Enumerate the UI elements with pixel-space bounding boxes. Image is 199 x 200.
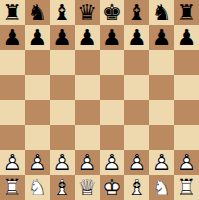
square-a6[interactable] [0, 50, 25, 75]
piece-white-knight[interactable]: ♞♘ [25, 175, 50, 200]
square-b2[interactable]: ♟♙ [25, 150, 50, 175]
square-g3[interactable] [149, 125, 174, 150]
square-a8[interactable]: ♜ [0, 0, 25, 25]
piece-black-rook[interactable]: ♜ [0, 0, 25, 25]
square-d7[interactable]: ♟ [75, 25, 100, 50]
square-h4[interactable] [174, 100, 199, 125]
square-c8[interactable]: ♝ [50, 0, 75, 25]
piece-white-pawn[interactable]: ♟♙ [174, 150, 199, 175]
white-piece-outline-glyph: ♙ [124, 150, 149, 175]
black-piece-glyph: ♛ [75, 0, 100, 25]
square-e6[interactable] [100, 50, 125, 75]
white-piece-outline-glyph: ♕ [75, 175, 100, 200]
black-piece-glyph: ♚ [100, 0, 125, 25]
square-d6[interactable] [75, 50, 100, 75]
square-h1[interactable]: ♜♖ [174, 175, 199, 200]
black-piece-glyph: ♟ [0, 25, 25, 50]
square-g6[interactable] [149, 50, 174, 75]
square-e8[interactable]: ♚ [100, 0, 125, 25]
square-h6[interactable] [174, 50, 199, 75]
square-e4[interactable] [100, 100, 125, 125]
square-b8[interactable]: ♞ [25, 0, 50, 25]
square-g7[interactable]: ♟ [149, 25, 174, 50]
square-e5[interactable] [100, 75, 125, 100]
square-a5[interactable] [0, 75, 25, 100]
piece-black-pawn[interactable]: ♟ [124, 25, 149, 50]
square-e3[interactable] [100, 125, 125, 150]
piece-white-bishop[interactable]: ♝♗ [50, 175, 75, 200]
piece-white-bishop[interactable]: ♝♗ [124, 175, 149, 200]
square-c1[interactable]: ♝♗ [50, 175, 75, 200]
piece-black-rook[interactable]: ♜ [174, 0, 199, 25]
piece-black-king[interactable]: ♚ [100, 0, 125, 25]
square-h5[interactable] [174, 75, 199, 100]
black-piece-glyph: ♟ [25, 25, 50, 50]
black-piece-glyph: ♟ [100, 25, 125, 50]
piece-white-king[interactable]: ♚♔ [100, 175, 125, 200]
square-d8[interactable]: ♛ [75, 0, 100, 25]
square-a7[interactable]: ♟ [0, 25, 25, 50]
square-f5[interactable] [124, 75, 149, 100]
piece-black-pawn[interactable]: ♟ [50, 25, 75, 50]
white-piece-outline-glyph: ♖ [0, 175, 25, 200]
square-a2[interactable]: ♟♙ [0, 150, 25, 175]
white-piece-outline-glyph: ♙ [149, 150, 174, 175]
square-h7[interactable]: ♟ [174, 25, 199, 50]
square-d3[interactable] [75, 125, 100, 150]
piece-white-pawn[interactable]: ♟♙ [124, 150, 149, 175]
black-piece-glyph: ♟ [124, 25, 149, 50]
piece-black-pawn[interactable]: ♟ [0, 25, 25, 50]
square-b3[interactable] [25, 125, 50, 150]
square-c5[interactable] [50, 75, 75, 100]
square-g2[interactable]: ♟♙ [149, 150, 174, 175]
black-piece-glyph: ♞ [25, 0, 50, 25]
black-piece-glyph: ♟ [50, 25, 75, 50]
square-h3[interactable] [174, 125, 199, 150]
white-piece-outline-glyph: ♘ [149, 175, 174, 200]
square-a4[interactable] [0, 100, 25, 125]
piece-black-pawn[interactable]: ♟ [174, 25, 199, 50]
piece-white-rook[interactable]: ♜♖ [174, 175, 199, 200]
chess-board: ♜♞♝♛♚♝♞♜♟♟♟♟♟♟♟♟♟♙♟♙♟♙♟♙♟♙♟♙♟♙♟♙♜♖♞♘♝♗♛♕… [0, 0, 199, 200]
square-f6[interactable] [124, 50, 149, 75]
square-c7[interactable]: ♟ [50, 25, 75, 50]
square-e7[interactable]: ♟ [100, 25, 125, 50]
white-piece-outline-glyph: ♔ [100, 175, 125, 200]
piece-white-pawn[interactable]: ♟♙ [75, 150, 100, 175]
square-h2[interactable]: ♟♙ [174, 150, 199, 175]
piece-black-bishop[interactable]: ♝ [124, 0, 149, 25]
black-piece-glyph: ♜ [0, 0, 25, 25]
piece-white-rook[interactable]: ♜♖ [0, 175, 25, 200]
black-piece-glyph: ♟ [149, 25, 174, 50]
piece-black-queen[interactable]: ♛ [75, 0, 100, 25]
square-c2[interactable]: ♟♙ [50, 150, 75, 175]
square-e1[interactable]: ♚♔ [100, 175, 125, 200]
square-c3[interactable] [50, 125, 75, 150]
white-piece-outline-glyph: ♗ [124, 175, 149, 200]
white-piece-outline-glyph: ♗ [50, 175, 75, 200]
piece-white-pawn[interactable]: ♟♙ [0, 150, 25, 175]
piece-black-pawn[interactable]: ♟ [100, 25, 125, 50]
square-c6[interactable] [50, 50, 75, 75]
piece-black-pawn[interactable]: ♟ [149, 25, 174, 50]
square-d4[interactable] [75, 100, 100, 125]
black-piece-glyph: ♝ [124, 0, 149, 25]
black-piece-glyph: ♝ [50, 0, 75, 25]
piece-white-pawn[interactable]: ♟♙ [100, 150, 125, 175]
white-piece-outline-glyph: ♙ [174, 150, 199, 175]
square-c4[interactable] [50, 100, 75, 125]
square-g5[interactable] [149, 75, 174, 100]
piece-black-pawn[interactable]: ♟ [75, 25, 100, 50]
white-piece-outline-glyph: ♖ [174, 175, 199, 200]
black-piece-glyph: ♟ [174, 25, 199, 50]
piece-white-pawn[interactable]: ♟♙ [50, 150, 75, 175]
white-piece-outline-glyph: ♙ [50, 150, 75, 175]
square-g4[interactable] [149, 100, 174, 125]
square-b1[interactable]: ♞♘ [25, 175, 50, 200]
white-piece-outline-glyph: ♘ [25, 175, 50, 200]
square-e2[interactable]: ♟♙ [100, 150, 125, 175]
black-piece-glyph: ♞ [149, 0, 174, 25]
white-piece-outline-glyph: ♙ [100, 150, 125, 175]
black-piece-glyph: ♜ [174, 0, 199, 25]
square-b5[interactable] [25, 75, 50, 100]
square-a1[interactable]: ♜♖ [0, 175, 25, 200]
square-f2[interactable]: ♟♙ [124, 150, 149, 175]
piece-white-queen[interactable]: ♛♕ [75, 175, 100, 200]
white-piece-outline-glyph: ♙ [0, 150, 25, 175]
square-f8[interactable]: ♝ [124, 0, 149, 25]
square-b4[interactable] [25, 100, 50, 125]
square-f3[interactable] [124, 125, 149, 150]
square-d1[interactable]: ♛♕ [75, 175, 100, 200]
square-b6[interactable] [25, 50, 50, 75]
piece-black-pawn[interactable]: ♟ [25, 25, 50, 50]
black-piece-glyph: ♟ [75, 25, 100, 50]
square-a3[interactable] [0, 125, 25, 150]
square-h8[interactable]: ♜ [174, 0, 199, 25]
white-piece-outline-glyph: ♙ [75, 150, 100, 175]
piece-black-bishop[interactable]: ♝ [50, 0, 75, 25]
piece-white-pawn[interactable]: ♟♙ [149, 150, 174, 175]
piece-white-knight[interactable]: ♞♘ [149, 175, 174, 200]
piece-black-knight[interactable]: ♞ [25, 0, 50, 25]
square-d2[interactable]: ♟♙ [75, 150, 100, 175]
white-piece-outline-glyph: ♙ [25, 150, 50, 175]
square-f7[interactable]: ♟ [124, 25, 149, 50]
square-g1[interactable]: ♞♘ [149, 175, 174, 200]
square-g8[interactable]: ♞ [149, 0, 174, 25]
square-f1[interactable]: ♝♗ [124, 175, 149, 200]
square-d5[interactable] [75, 75, 100, 100]
square-b7[interactable]: ♟ [25, 25, 50, 50]
piece-white-pawn[interactable]: ♟♙ [25, 150, 50, 175]
piece-black-knight[interactable]: ♞ [149, 0, 174, 25]
square-f4[interactable] [124, 100, 149, 125]
